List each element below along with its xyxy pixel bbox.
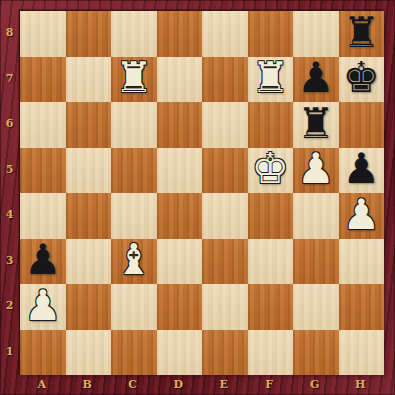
rank-label-6: 6 xyxy=(0,101,19,147)
square-d4[interactable] xyxy=(157,193,203,239)
square-f1[interactable] xyxy=(248,330,294,376)
rank-label-7: 7 xyxy=(0,56,19,102)
piece-white-bishop-c3[interactable]: ♝ xyxy=(115,239,153,281)
square-b1[interactable] xyxy=(66,330,112,376)
square-c2[interactable] xyxy=(111,284,157,330)
chess-board-frame: ♜♜♜♟♚♜♚♟♟♟♟♝♟ 87654321ABCDEFGH xyxy=(0,0,395,395)
square-b7[interactable] xyxy=(66,57,112,103)
square-h6[interactable] xyxy=(339,102,385,148)
piece-white-pawn-h4[interactable]: ♟ xyxy=(342,194,380,236)
square-b8[interactable] xyxy=(66,11,112,57)
file-label-a: A xyxy=(19,374,65,395)
square-f4[interactable] xyxy=(248,193,294,239)
square-c4[interactable] xyxy=(111,193,157,239)
square-g1[interactable] xyxy=(293,330,339,376)
square-b2[interactable] xyxy=(66,284,112,330)
square-e4[interactable] xyxy=(202,193,248,239)
square-d8[interactable] xyxy=(157,11,203,57)
rank-label-4: 4 xyxy=(0,192,19,238)
square-d1[interactable] xyxy=(157,330,203,376)
square-a1[interactable] xyxy=(20,330,66,376)
piece-black-pawn-g7[interactable]: ♟ xyxy=(297,57,335,99)
square-g8[interactable] xyxy=(293,11,339,57)
square-b6[interactable] xyxy=(66,102,112,148)
square-e2[interactable] xyxy=(202,284,248,330)
square-e5[interactable] xyxy=(202,148,248,194)
square-a6[interactable] xyxy=(20,102,66,148)
square-d6[interactable] xyxy=(157,102,203,148)
chess-board[interactable]: ♜♜♜♟♚♜♚♟♟♟♟♝♟ xyxy=(19,10,383,374)
square-c8[interactable] xyxy=(111,11,157,57)
square-g4[interactable] xyxy=(293,193,339,239)
file-label-g: G xyxy=(292,374,338,395)
square-h5[interactable]: ♟ xyxy=(339,148,385,194)
square-e8[interactable] xyxy=(202,11,248,57)
square-f5[interactable]: ♚ xyxy=(248,148,294,194)
square-c3[interactable]: ♝ xyxy=(111,239,157,285)
square-a7[interactable] xyxy=(20,57,66,103)
square-a2[interactable]: ♟ xyxy=(20,284,66,330)
square-c7[interactable]: ♜ xyxy=(111,57,157,103)
piece-white-rook-f7[interactable]: ♜ xyxy=(251,57,289,99)
file-label-f: F xyxy=(247,374,293,395)
file-label-d: D xyxy=(156,374,202,395)
square-g3[interactable] xyxy=(293,239,339,285)
square-b5[interactable] xyxy=(66,148,112,194)
square-h7[interactable]: ♚ xyxy=(339,57,385,103)
file-label-b: B xyxy=(65,374,111,395)
square-h2[interactable] xyxy=(339,284,385,330)
square-g5[interactable]: ♟ xyxy=(293,148,339,194)
square-d5[interactable] xyxy=(157,148,203,194)
square-a3[interactable]: ♟ xyxy=(20,239,66,285)
square-d7[interactable] xyxy=(157,57,203,103)
file-label-c: C xyxy=(110,374,156,395)
square-e6[interactable] xyxy=(202,102,248,148)
square-f7[interactable]: ♜ xyxy=(248,57,294,103)
rank-label-8: 8 xyxy=(0,10,19,56)
square-a4[interactable] xyxy=(20,193,66,239)
square-f3[interactable] xyxy=(248,239,294,285)
square-e7[interactable] xyxy=(202,57,248,103)
square-d3[interactable] xyxy=(157,239,203,285)
rank-label-1: 1 xyxy=(0,329,19,375)
piece-white-king-f5[interactable]: ♚ xyxy=(251,148,289,190)
square-e3[interactable] xyxy=(202,239,248,285)
square-b3[interactable] xyxy=(66,239,112,285)
square-g6[interactable]: ♜ xyxy=(293,102,339,148)
square-f6[interactable] xyxy=(248,102,294,148)
square-h3[interactable] xyxy=(339,239,385,285)
square-g7[interactable]: ♟ xyxy=(293,57,339,103)
rank-label-2: 2 xyxy=(0,283,19,329)
file-label-e: E xyxy=(201,374,247,395)
square-b4[interactable] xyxy=(66,193,112,239)
square-e1[interactable] xyxy=(202,330,248,376)
square-c1[interactable] xyxy=(111,330,157,376)
piece-black-pawn-a3[interactable]: ♟ xyxy=(24,239,62,281)
square-f8[interactable] xyxy=(248,11,294,57)
square-h8[interactable]: ♜ xyxy=(339,11,385,57)
piece-white-rook-c7[interactable]: ♜ xyxy=(115,57,153,99)
rank-label-3: 3 xyxy=(0,238,19,284)
square-h1[interactable] xyxy=(339,330,385,376)
piece-black-pawn-h5[interactable]: ♟ xyxy=(342,148,380,190)
file-label-h: H xyxy=(338,374,384,395)
piece-white-pawn-a2[interactable]: ♟ xyxy=(24,285,62,327)
square-h4[interactable]: ♟ xyxy=(339,193,385,239)
piece-black-rook-h8[interactable]: ♜ xyxy=(342,12,380,54)
square-c5[interactable] xyxy=(111,148,157,194)
square-g2[interactable] xyxy=(293,284,339,330)
piece-white-pawn-g5[interactable]: ♟ xyxy=(297,148,335,190)
square-a5[interactable] xyxy=(20,148,66,194)
piece-black-rook-g6[interactable]: ♜ xyxy=(297,103,335,145)
piece-black-king-h7[interactable]: ♚ xyxy=(342,57,380,99)
rank-label-5: 5 xyxy=(0,147,19,193)
square-a8[interactable] xyxy=(20,11,66,57)
square-f2[interactable] xyxy=(248,284,294,330)
square-c6[interactable] xyxy=(111,102,157,148)
square-d2[interactable] xyxy=(157,284,203,330)
